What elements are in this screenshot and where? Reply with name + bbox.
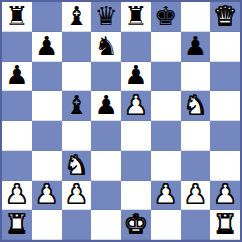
square-e2[interactable] <box>121 181 151 211</box>
square-h3[interactable] <box>210 151 240 181</box>
square-c4[interactable] <box>62 121 92 151</box>
square-b2[interactable]: ♟ <box>32 181 62 211</box>
square-a4[interactable] <box>2 121 32 151</box>
square-b4[interactable] <box>32 121 62 151</box>
square-a1[interactable]: ♜ <box>2 210 32 240</box>
square-g5[interactable]: ♞ <box>181 91 211 121</box>
black-pawn[interactable]: ♟ <box>124 62 147 88</box>
square-d5[interactable]: ♟ <box>91 91 121 121</box>
square-f6[interactable] <box>151 62 181 92</box>
white-knight[interactable]: ♞ <box>65 152 88 178</box>
square-e3[interactable] <box>121 151 151 181</box>
white-pawn[interactable]: ♟ <box>213 181 236 207</box>
black-queen[interactable]: ♛ <box>94 3 117 29</box>
square-h4[interactable] <box>210 121 240 151</box>
square-g7[interactable]: ♟ <box>181 32 211 62</box>
square-g4[interactable] <box>181 121 211 151</box>
square-d7[interactable]: ♞ <box>91 32 121 62</box>
square-g2[interactable]: ♟ <box>181 181 211 211</box>
square-f7[interactable] <box>151 32 181 62</box>
square-h7[interactable] <box>210 32 240 62</box>
square-b3[interactable] <box>32 151 62 181</box>
square-h5[interactable] <box>210 91 240 121</box>
white-pawn[interactable]: ♟ <box>65 181 88 207</box>
square-e8[interactable]: ♜ <box>121 2 151 32</box>
square-f5[interactable] <box>151 91 181 121</box>
square-d1[interactable] <box>91 210 121 240</box>
square-a2[interactable]: ♟ <box>2 181 32 211</box>
black-bishop[interactable]: ♝ <box>65 3 88 29</box>
square-c3[interactable]: ♞ <box>62 151 92 181</box>
square-e1[interactable]: ♚ <box>121 210 151 240</box>
square-d6[interactable] <box>91 62 121 92</box>
black-knight[interactable]: ♞ <box>94 33 117 59</box>
square-f2[interactable]: ♟ <box>151 181 181 211</box>
square-h8[interactable]: ♛ <box>210 2 240 32</box>
square-e5[interactable]: ♟ <box>121 91 151 121</box>
square-g6[interactable] <box>181 62 211 92</box>
black-rook[interactable]: ♜ <box>5 3 28 29</box>
white-pawn[interactable]: ♟ <box>154 181 177 207</box>
square-b7[interactable]: ♟ <box>32 32 62 62</box>
square-e7[interactable] <box>121 32 151 62</box>
chess-board: ♜♝♛♜♚♛♟♞♟♟♟♝♟♟♞♞♟♟♟♟♟♟♜♚♜ <box>0 0 242 242</box>
white-pawn[interactable]: ♟ <box>5 181 28 207</box>
square-b5[interactable] <box>32 91 62 121</box>
square-a6[interactable]: ♟ <box>2 62 32 92</box>
white-pawn[interactable]: ♟ <box>35 181 58 207</box>
square-a3[interactable] <box>2 151 32 181</box>
white-pawn[interactable]: ♟ <box>124 92 147 118</box>
square-c6[interactable] <box>62 62 92 92</box>
square-a7[interactable] <box>2 32 32 62</box>
square-h2[interactable]: ♟ <box>210 181 240 211</box>
square-a5[interactable] <box>2 91 32 121</box>
square-b8[interactable] <box>32 2 62 32</box>
white-knight[interactable]: ♞ <box>184 92 207 118</box>
black-king[interactable]: ♚ <box>154 3 177 29</box>
square-d4[interactable] <box>91 121 121 151</box>
white-rook[interactable]: ♜ <box>5 211 28 237</box>
square-f8[interactable]: ♚ <box>151 2 181 32</box>
black-rook[interactable]: ♜ <box>124 3 147 29</box>
square-g1[interactable] <box>181 210 211 240</box>
square-c8[interactable]: ♝ <box>62 2 92 32</box>
square-e4[interactable] <box>121 121 151 151</box>
square-c1[interactable] <box>62 210 92 240</box>
square-f1[interactable] <box>151 210 181 240</box>
square-g3[interactable] <box>181 151 211 181</box>
square-d2[interactable] <box>91 181 121 211</box>
square-b6[interactable] <box>32 62 62 92</box>
black-bishop[interactable]: ♝ <box>65 92 88 118</box>
square-a8[interactable]: ♜ <box>2 2 32 32</box>
white-pawn[interactable]: ♟ <box>184 181 207 207</box>
black-pawn[interactable]: ♟ <box>5 62 28 88</box>
square-c2[interactable]: ♟ <box>62 181 92 211</box>
square-c7[interactable] <box>62 32 92 62</box>
square-d8[interactable]: ♛ <box>91 2 121 32</box>
white-rook[interactable]: ♜ <box>213 211 236 237</box>
square-d3[interactable] <box>91 151 121 181</box>
square-h6[interactable] <box>210 62 240 92</box>
white-queen[interactable]: ♛ <box>213 3 236 29</box>
black-pawn[interactable]: ♟ <box>35 33 58 59</box>
white-king[interactable]: ♚ <box>124 211 147 237</box>
square-b1[interactable] <box>32 210 62 240</box>
black-pawn[interactable]: ♟ <box>184 33 207 59</box>
chess-board-container: ♜♝♛♜♚♛♟♞♟♟♟♝♟♟♞♞♟♟♟♟♟♟♜♚♜ <box>0 0 242 242</box>
square-f4[interactable] <box>151 121 181 151</box>
black-pawn[interactable]: ♟ <box>94 92 117 118</box>
square-f3[interactable] <box>151 151 181 181</box>
square-e6[interactable]: ♟ <box>121 62 151 92</box>
square-c5[interactable]: ♝ <box>62 91 92 121</box>
square-g8[interactable] <box>181 2 211 32</box>
square-h1[interactable]: ♜ <box>210 210 240 240</box>
